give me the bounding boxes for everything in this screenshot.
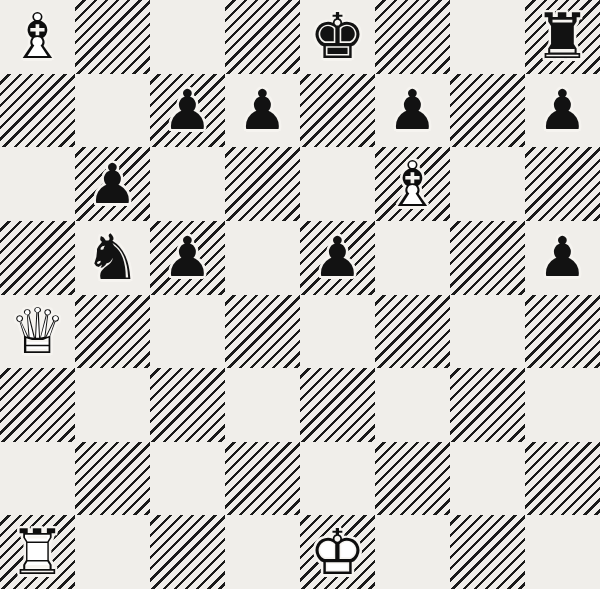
square-b2[interactable] [75,442,150,516]
square-b6[interactable]: ♟ [75,147,150,221]
square-h6[interactable] [525,147,600,221]
square-e2[interactable] [300,442,375,516]
square-d8[interactable] [225,0,300,74]
square-b8[interactable] [75,0,150,74]
square-a5[interactable] [0,221,75,295]
black-knight-piece: ♞ [84,226,140,289]
square-e4[interactable] [300,295,375,369]
square-f7[interactable]: ♟ [375,74,450,148]
black-pawn-piece: ♟ [538,230,587,285]
chess-board: ♝♗♚♜♟♟♟♟♟♝♗♞♟♟♟♛♕♜♖♚♔ [0,0,600,589]
square-d4[interactable] [225,295,300,369]
square-g2[interactable] [450,442,525,516]
piece-outline: ♖ [9,516,65,589]
square-c5[interactable]: ♟ [150,221,225,295]
square-c6[interactable] [150,147,225,221]
square-e1[interactable]: ♚♔ [300,515,375,589]
square-f4[interactable] [375,295,450,369]
white-rook-piece: ♜♖ [9,521,65,584]
black-pawn-piece: ♟ [163,230,212,285]
square-g7[interactable] [450,74,525,148]
square-d7[interactable]: ♟ [225,74,300,148]
square-g6[interactable] [450,147,525,221]
square-b5[interactable]: ♞ [75,221,150,295]
square-d2[interactable] [225,442,300,516]
square-h8[interactable]: ♜ [525,0,600,74]
square-a7[interactable] [0,74,75,148]
square-b1[interactable] [75,515,150,589]
black-pawn-piece: ♟ [88,157,137,212]
square-f1[interactable] [375,515,450,589]
piece-outline: ♗ [384,148,440,221]
square-c3[interactable] [150,368,225,442]
square-g8[interactable] [450,0,525,74]
square-f2[interactable] [375,442,450,516]
square-g1[interactable] [450,515,525,589]
square-g3[interactable] [450,368,525,442]
square-e6[interactable] [300,147,375,221]
square-f3[interactable] [375,368,450,442]
black-pawn-piece: ♟ [388,83,437,138]
black-pawn-piece: ♟ [163,83,212,138]
square-h7[interactable]: ♟ [525,74,600,148]
square-a3[interactable] [0,368,75,442]
square-h4[interactable] [525,295,600,369]
square-f5[interactable] [375,221,450,295]
piece-outline: ♕ [9,295,65,368]
square-f8[interactable] [375,0,450,74]
square-g5[interactable] [450,221,525,295]
square-a4[interactable]: ♛♕ [0,295,75,369]
square-f6[interactable]: ♝♗ [375,147,450,221]
square-h3[interactable] [525,368,600,442]
white-bishop-piece: ♝♗ [9,5,65,68]
black-pawn-piece: ♟ [238,83,287,138]
square-a2[interactable] [0,442,75,516]
square-h5[interactable]: ♟ [525,221,600,295]
square-e8[interactable]: ♚ [300,0,375,74]
square-a1[interactable]: ♜♖ [0,515,75,589]
square-h2[interactable] [525,442,600,516]
piece-outline: ♔ [309,516,365,589]
square-c4[interactable] [150,295,225,369]
square-e3[interactable] [300,368,375,442]
black-pawn-piece: ♟ [313,230,362,285]
square-b4[interactable] [75,295,150,369]
black-rook-piece: ♜ [534,5,590,68]
white-queen-piece: ♛♕ [9,300,65,363]
square-c7[interactable]: ♟ [150,74,225,148]
square-h1[interactable] [525,515,600,589]
square-a6[interactable] [0,147,75,221]
square-d6[interactable] [225,147,300,221]
square-g4[interactable] [450,295,525,369]
white-king-piece: ♚♔ [309,521,365,584]
piece-outline: ♗ [9,0,65,73]
square-c8[interactable] [150,0,225,74]
square-d3[interactable] [225,368,300,442]
square-e7[interactable] [300,74,375,148]
square-b3[interactable] [75,368,150,442]
square-b7[interactable] [75,74,150,148]
black-king-piece: ♚ [309,5,365,68]
square-c2[interactable] [150,442,225,516]
square-c1[interactable] [150,515,225,589]
square-d5[interactable] [225,221,300,295]
white-bishop-piece: ♝♗ [384,153,440,216]
square-d1[interactable] [225,515,300,589]
black-pawn-piece: ♟ [538,83,587,138]
square-a8[interactable]: ♝♗ [0,0,75,74]
square-e5[interactable]: ♟ [300,221,375,295]
